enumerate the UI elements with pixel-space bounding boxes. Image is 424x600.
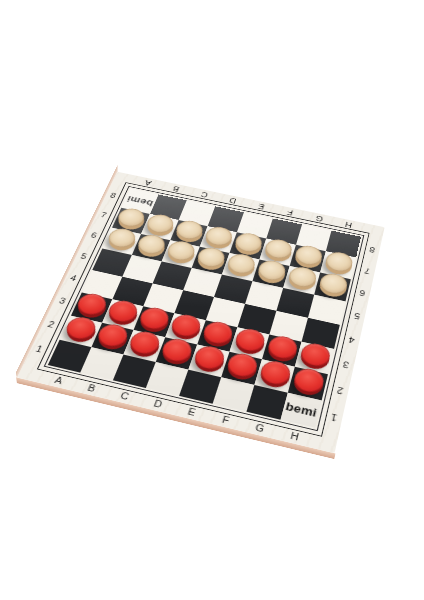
scene: bemibemi ABCDEFGH ABCDEFGH 87654321 8765… bbox=[0, 0, 424, 600]
product-photo: bemibemi ABCDEFGH ABCDEFGH 87654321 8765… bbox=[0, 0, 424, 600]
checkers-board: bemibemi ABCDEFGH ABCDEFGH 87654321 8765… bbox=[17, 172, 385, 453]
board-face: bemibemi ABCDEFGH ABCDEFGH 87654321 8765… bbox=[17, 172, 385, 453]
